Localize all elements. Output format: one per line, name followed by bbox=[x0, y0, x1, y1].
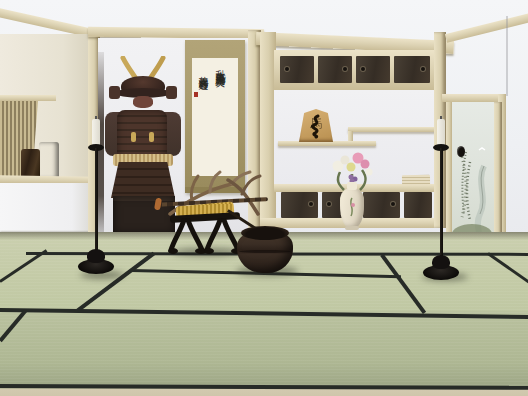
koma-character: 馬 bbox=[299, 115, 333, 132]
vase-foot bbox=[345, 226, 359, 230]
lower-cupboard-door bbox=[281, 192, 318, 218]
stand-legs-icon bbox=[168, 218, 248, 256]
drawer-pull bbox=[361, 67, 365, 71]
drawer-pull bbox=[391, 202, 395, 206]
drawer-pull bbox=[309, 202, 313, 206]
candle bbox=[437, 119, 445, 147]
wood-vessel-left bbox=[21, 149, 40, 179]
tatami-border-near bbox=[0, 384, 528, 390]
porcelain-vase bbox=[340, 188, 364, 228]
vase-neck bbox=[347, 182, 357, 190]
niche-shelf-beam bbox=[0, 95, 56, 101]
candle-base bbox=[78, 245, 114, 275]
fusuma-right-frame bbox=[494, 102, 502, 248]
drawer-pull bbox=[285, 67, 289, 71]
decorative-shogi-piece: 馬 bbox=[299, 109, 333, 142]
wood-vessel-right bbox=[39, 142, 59, 179]
water-bowl bbox=[237, 224, 293, 274]
bowl-groove bbox=[239, 250, 291, 253]
cupboard-door bbox=[394, 56, 430, 83]
armor-gold-tassel-left bbox=[131, 132, 136, 142]
scroll-seal bbox=[194, 92, 198, 97]
cupboard-door bbox=[280, 56, 314, 83]
scroll-calligraphy-right-column: 乱水東流蒼馬蹄黄 bbox=[214, 62, 226, 174]
candle-stand-left bbox=[74, 119, 118, 279]
fukigaeshi-right bbox=[166, 86, 177, 99]
fukigaeshi-left bbox=[109, 86, 120, 99]
drawer-pull bbox=[421, 67, 425, 71]
bowl-rim-opening bbox=[241, 226, 289, 240]
candle-pole bbox=[95, 148, 98, 250]
room-photo: 乱水東流蒼馬蹄黄 花満庭客行過 bbox=[0, 0, 528, 396]
scroll-calligraphy-left-column: 花満庭客行過 bbox=[197, 68, 209, 158]
armor-gold-tassel-right bbox=[149, 132, 154, 142]
candle-pole bbox=[440, 148, 443, 256]
candle-base bbox=[423, 251, 459, 281]
vase-motif-icon bbox=[345, 196, 359, 220]
drawer-pull bbox=[343, 67, 347, 71]
candle bbox=[92, 119, 100, 147]
cupboard-door bbox=[356, 56, 390, 83]
flower-arrangement bbox=[328, 150, 376, 230]
menpo-face bbox=[133, 96, 153, 108]
quiver-stand bbox=[168, 196, 248, 256]
right-wall-corner-line bbox=[506, 16, 508, 96]
candle-stand-right bbox=[419, 119, 463, 279]
cupboard-door bbox=[318, 56, 352, 83]
door-lintel bbox=[442, 94, 506, 102]
